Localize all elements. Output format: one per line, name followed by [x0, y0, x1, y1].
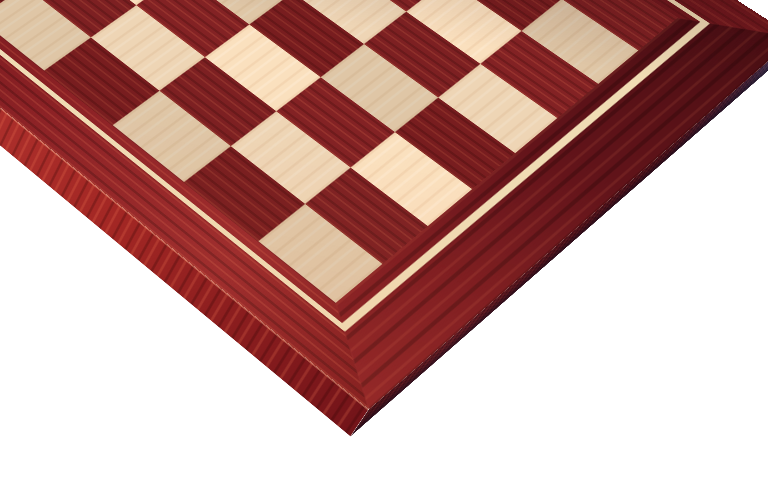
board-square	[321, 44, 438, 132]
board-square	[205, 24, 321, 111]
board-square	[159, 57, 276, 146]
board-square	[231, 111, 351, 204]
board-square	[335, 0, 448, 12]
board-square	[249, 0, 364, 77]
board-square	[181, 0, 293, 24]
board-square	[276, 77, 395, 167]
board-square	[91, 5, 205, 91]
scene-3d	[0, 0, 768, 485]
photo-canvas	[0, 0, 768, 485]
board-square	[293, 0, 407, 44]
board-square	[136, 0, 249, 57]
chess-board	[0, 0, 768, 409]
board-square	[70, 0, 180, 5]
board-square	[0, 0, 25, 18]
